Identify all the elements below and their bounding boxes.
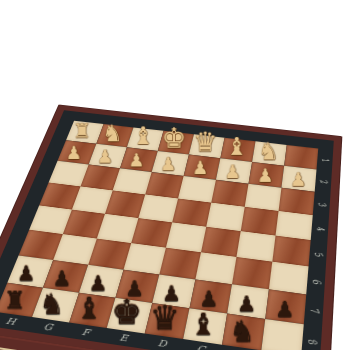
board-grid: ♜♞♝♚♛♝♞♟♟♟♟♟♟♟♟♟♟♟♟♟♟♟♟♜♞♝♚♛♝♞ xyxy=(0,121,318,350)
square-f3[interactable] xyxy=(113,168,152,194)
square-d6[interactable] xyxy=(159,248,201,280)
wooden-frame: ♜♞♝♚♛♝♞♟♟♟♟♟♟♟♟♟♟♟♟♟♟♟♟♜♞♝♚♛♝♞ HGFEDCBA … xyxy=(0,105,342,350)
square-c3[interactable] xyxy=(211,180,248,207)
square-a8[interactable] xyxy=(261,319,303,350)
square-b5[interactable] xyxy=(236,231,275,262)
square-b8[interactable]: ♞ xyxy=(222,314,265,350)
photo-backdrop: ♜♞♝♚♛♝♞♟♟♟♟♟♟♟♟♟♟♟♟♟♟♟♟♜♞♝♚♛♝♞ HGFEDCBA … xyxy=(0,0,350,350)
rank-label-2: 2 xyxy=(305,174,341,188)
rank-label-1: 1 xyxy=(307,153,342,167)
square-g4[interactable] xyxy=(72,186,113,213)
coordinate-band: ♜♞♝♚♛♝♞♟♟♟♟♟♟♟♟♟♟♟♟♟♟♟♟♜♞♝♚♛♝♞ HGFEDCBA … xyxy=(0,110,334,350)
square-c6[interactable] xyxy=(195,252,236,284)
chess-set-scene: ♜♞♝♚♛♝♞♟♟♟♟♟♟♟♟♟♟♟♟♟♟♟♟♜♞♝♚♛♝♞ HGFEDCBA … xyxy=(0,0,350,350)
board-tilt: ♜♞♝♚♛♝♞♟♟♟♟♟♟♟♟♟♟♟♟♟♟♟♟♜♞♝♚♛♝♞ HGFEDCBA … xyxy=(0,105,342,350)
square-d3[interactable] xyxy=(178,176,216,203)
square-b3[interactable] xyxy=(245,184,282,211)
piece-black-pawn-a7[interactable]: ♟ xyxy=(262,299,307,319)
square-c5[interactable] xyxy=(201,227,241,257)
rank-label-3: 3 xyxy=(303,197,340,212)
square-f4[interactable] xyxy=(105,190,145,218)
piece-white-knight-b1[interactable]: ♞ xyxy=(250,141,288,163)
square-d5[interactable] xyxy=(166,222,206,252)
piece-black-knight-b8[interactable]: ♞ xyxy=(219,318,265,345)
